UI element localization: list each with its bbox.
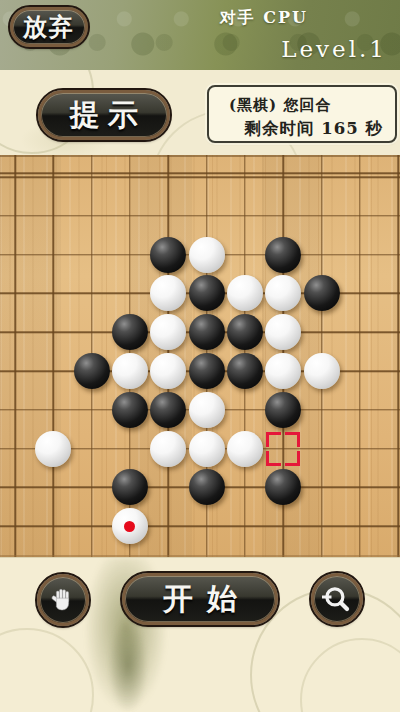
magnifier-minus-icon <box>322 584 352 614</box>
stone-black <box>265 237 301 273</box>
time-label: 剩余时间 <box>245 119 315 138</box>
cursor-marker <box>266 432 300 466</box>
stone-black <box>189 314 225 350</box>
hand-icon <box>48 585 78 615</box>
start-button-label: 开始 <box>149 579 251 620</box>
stone-black <box>227 353 263 389</box>
give-up-button[interactable]: 放弃 <box>10 7 88 47</box>
stone-black <box>112 392 148 428</box>
decorative-plant <box>108 618 148 712</box>
stone-black <box>74 353 110 389</box>
status-band: 提示 (黑棋) 您回合 剩余时间 165 秒 <box>0 70 400 155</box>
decorative-swirl <box>0 628 94 712</box>
footer-bar: 开始 <box>0 557 400 712</box>
gomoku-board[interactable] <box>0 155 400 557</box>
time-unit: 秒 <box>366 119 384 138</box>
stone-white <box>112 353 148 389</box>
turn-text: (黑棋) 您回合 <box>217 94 387 117</box>
stone-white <box>189 431 225 467</box>
stone-black <box>227 314 263 350</box>
start-button[interactable]: 开始 <box>122 573 278 625</box>
stone-white <box>227 431 263 467</box>
time-value: 165 <box>321 119 358 138</box>
stone-white <box>189 392 225 428</box>
stone-black <box>189 275 225 311</box>
time-remaining: 剩余时间 165 秒 <box>217 117 387 142</box>
stone-white <box>150 431 186 467</box>
level-label: Level.1 <box>281 36 387 62</box>
hint-button[interactable]: 提示 <box>38 90 170 140</box>
turn-status-box: (黑棋) 您回合 剩余时间 165 秒 <box>207 85 397 143</box>
stone-black <box>112 314 148 350</box>
pause-hand-button[interactable] <box>37 574 89 626</box>
hint-button-label: 提示 <box>62 95 146 136</box>
stone-white <box>35 431 71 467</box>
header-bar: 放弃 对手 CPU Level.1 <box>0 0 400 71</box>
stone-black <box>265 392 301 428</box>
give-up-button-label: 放弃 <box>23 11 75 43</box>
zoom-out-button[interactable] <box>311 573 363 625</box>
stone-black <box>304 275 340 311</box>
stone-black <box>189 469 225 505</box>
stone-black <box>150 392 186 428</box>
gomoku-app-screen: 放弃 对手 CPU Level.1 提示 (黑棋) 您回合 剩余时间 165 秒 <box>0 0 400 712</box>
opponent-label: 对手 CPU <box>220 8 308 29</box>
stone-black <box>150 237 186 273</box>
stone-white <box>304 353 340 389</box>
stone-white <box>189 237 225 273</box>
stone-black <box>189 353 225 389</box>
